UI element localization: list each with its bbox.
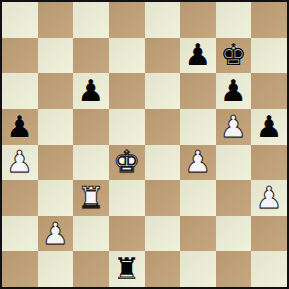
square-d6[interactable] (109, 73, 145, 109)
piece-white-king-d4[interactable]: ♚ (113, 147, 140, 177)
square-b5[interactable] (38, 109, 74, 145)
square-d2[interactable] (109, 216, 145, 252)
square-g2[interactable] (216, 216, 252, 252)
square-h1[interactable] (251, 251, 287, 287)
square-h5[interactable]: ♟ (251, 109, 287, 145)
piece-white-pawn-b2[interactable]: ♟ (42, 219, 69, 249)
square-h4[interactable] (251, 145, 287, 181)
square-c7[interactable] (73, 38, 109, 74)
square-g5[interactable]: ♟ (216, 109, 252, 145)
piece-black-pawn-a5[interactable]: ♟ (6, 112, 33, 142)
square-e8[interactable] (145, 2, 181, 38)
square-f2[interactable] (180, 216, 216, 252)
square-d5[interactable] (109, 109, 145, 145)
square-g4[interactable] (216, 145, 252, 181)
square-g8[interactable] (216, 2, 252, 38)
square-d8[interactable] (109, 2, 145, 38)
square-b8[interactable] (38, 2, 74, 38)
piece-white-pawn-g5[interactable]: ♟ (220, 112, 247, 142)
square-g6[interactable]: ♟ (216, 73, 252, 109)
square-a4[interactable]: ♟ (2, 145, 38, 181)
piece-black-pawn-h5[interactable]: ♟ (256, 112, 283, 142)
square-h8[interactable] (251, 2, 287, 38)
chess-board: ♟♚♟♟♟♟♟♟♚♟♜♟♟♜ (0, 0, 289, 289)
piece-white-rook-c3[interactable]: ♜ (78, 183, 105, 213)
square-c6[interactable]: ♟ (73, 73, 109, 109)
square-a6[interactable] (2, 73, 38, 109)
square-b2[interactable]: ♟ (38, 216, 74, 252)
square-g7[interactable]: ♚ (216, 38, 252, 74)
square-e2[interactable] (145, 216, 181, 252)
chess-board-grid: ♟♚♟♟♟♟♟♟♚♟♜♟♟♜ (2, 2, 287, 287)
square-a7[interactable] (2, 38, 38, 74)
square-e3[interactable] (145, 180, 181, 216)
square-h2[interactable] (251, 216, 287, 252)
square-f7[interactable]: ♟ (180, 38, 216, 74)
square-e1[interactable] (145, 251, 181, 287)
square-h3[interactable]: ♟ (251, 180, 287, 216)
square-c4[interactable] (73, 145, 109, 181)
piece-black-pawn-f7[interactable]: ♟ (184, 40, 211, 70)
square-b7[interactable] (38, 38, 74, 74)
square-c8[interactable] (73, 2, 109, 38)
square-b4[interactable] (38, 145, 74, 181)
square-a5[interactable]: ♟ (2, 109, 38, 145)
square-f8[interactable] (180, 2, 216, 38)
piece-white-pawn-h3[interactable]: ♟ (256, 183, 283, 213)
piece-white-pawn-a4[interactable]: ♟ (6, 147, 33, 177)
square-a2[interactable] (2, 216, 38, 252)
square-f4[interactable]: ♟ (180, 145, 216, 181)
square-b6[interactable] (38, 73, 74, 109)
square-a8[interactable] (2, 2, 38, 38)
piece-white-pawn-f4[interactable]: ♟ (184, 147, 211, 177)
square-f5[interactable] (180, 109, 216, 145)
square-d4[interactable]: ♚ (109, 145, 145, 181)
square-d1[interactable]: ♜ (109, 251, 145, 287)
square-b3[interactable] (38, 180, 74, 216)
square-c1[interactable] (73, 251, 109, 287)
square-e5[interactable] (145, 109, 181, 145)
piece-black-rook-d1[interactable]: ♜ (113, 254, 140, 284)
square-a3[interactable] (2, 180, 38, 216)
square-g3[interactable] (216, 180, 252, 216)
piece-black-pawn-c6[interactable]: ♟ (78, 76, 105, 106)
square-h6[interactable] (251, 73, 287, 109)
square-c3[interactable]: ♜ (73, 180, 109, 216)
square-c5[interactable] (73, 109, 109, 145)
square-e7[interactable] (145, 38, 181, 74)
square-e4[interactable] (145, 145, 181, 181)
square-g1[interactable] (216, 251, 252, 287)
piece-black-pawn-g6[interactable]: ♟ (220, 76, 247, 106)
piece-black-king-g7[interactable]: ♚ (220, 40, 247, 70)
square-d7[interactable] (109, 38, 145, 74)
square-f6[interactable] (180, 73, 216, 109)
square-e6[interactable] (145, 73, 181, 109)
square-b1[interactable] (38, 251, 74, 287)
square-a1[interactable] (2, 251, 38, 287)
square-c2[interactable] (73, 216, 109, 252)
square-f1[interactable] (180, 251, 216, 287)
square-f3[interactable] (180, 180, 216, 216)
square-d3[interactable] (109, 180, 145, 216)
square-h7[interactable] (251, 38, 287, 74)
